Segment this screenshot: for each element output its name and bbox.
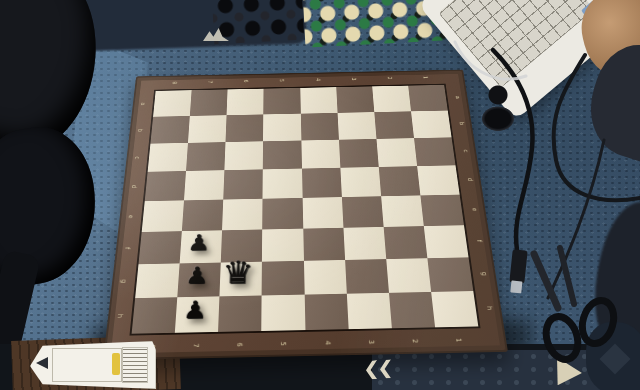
dark-bag [586,322,640,390]
square-b3 [337,112,376,140]
square-e8 [142,200,184,232]
square-g5 [262,261,304,296]
square-e6 [222,199,263,231]
runner-chevrons [366,359,391,380]
square-d5 [263,169,302,199]
square-d4 [302,168,342,198]
square-c8 [148,143,188,172]
square-c2 [376,138,417,167]
square-g8 [135,263,180,298]
square-h8 [132,297,178,333]
square-b6 [226,114,264,142]
square-f4 [303,228,345,261]
chevron-icon [366,360,377,380]
square-f2 [383,226,427,259]
square-f1 [424,225,469,258]
square-f7: ♟ [180,230,223,263]
square-e7 [182,200,223,232]
square-d6 [223,169,263,199]
square-e4 [302,197,343,229]
black-pawn-f7: ♟ [187,231,211,253]
square-e1 [420,195,464,226]
square-d8 [145,171,186,201]
black-pieces-cluster [212,0,304,44]
square-b4 [300,113,338,141]
black-queen-g6: ♛ [221,257,253,289]
square-b8 [150,116,189,144]
square-h7: ♟ [175,296,220,332]
square-h5 [262,295,305,331]
square-c4 [301,140,340,169]
square-c7 [186,142,226,171]
square-a6 [227,89,264,116]
square-e2 [381,195,424,227]
standing-chess-piece [476,82,520,136]
square-e5 [263,198,303,230]
white-piece-box [30,341,156,389]
square-b2 [374,111,414,139]
square-h6 [218,295,262,331]
square-c5 [263,141,301,170]
square-g3 [345,259,389,294]
square-d2 [379,166,421,196]
square-g6: ♛ [220,262,263,297]
board-grid: ♟♟♛♟ [129,84,480,336]
square-f8 [138,231,181,264]
square-c6 [225,141,264,170]
square-a2 [372,86,411,112]
square-h1 [431,291,478,327]
square-c3 [339,139,379,168]
square-d1 [417,165,460,195]
square-a1 [408,85,448,111]
box-tip-mark [36,357,48,369]
square-g2 [386,258,431,293]
black-pawn-h7: ♟ [183,297,208,321]
square-h4 [304,294,348,330]
square-h2 [389,292,435,328]
square-a8 [153,90,192,117]
square-g4 [304,260,347,295]
square-a7 [190,89,228,116]
square-b7 [188,115,227,143]
chess-board: 87654321 87654321 abcdefgh abcdefgh ♟♟♛♟ [103,70,508,361]
square-e3 [342,196,384,228]
square-b1 [411,111,452,139]
square-d7 [184,170,225,200]
black-pawn-g7: ♟ [185,263,209,286]
chevron-icon [380,359,391,379]
square-b5 [263,114,301,142]
box-label [122,347,148,383]
square-a3 [336,86,374,112]
scene: 87654321 87654321 abcdefgh abcdefgh ♟♟♛♟ [0,0,640,390]
square-g1 [427,257,473,292]
square-a4 [300,87,337,113]
square-h3 [346,293,391,329]
box-yellow-mark [112,353,120,375]
square-d3 [340,167,381,197]
square-g7: ♟ [177,263,221,298]
square-f5 [262,229,303,262]
square-a5 [264,88,301,114]
square-c1 [414,137,456,166]
coords-bottom: 87654321 [129,331,481,356]
square-f3 [343,227,386,260]
